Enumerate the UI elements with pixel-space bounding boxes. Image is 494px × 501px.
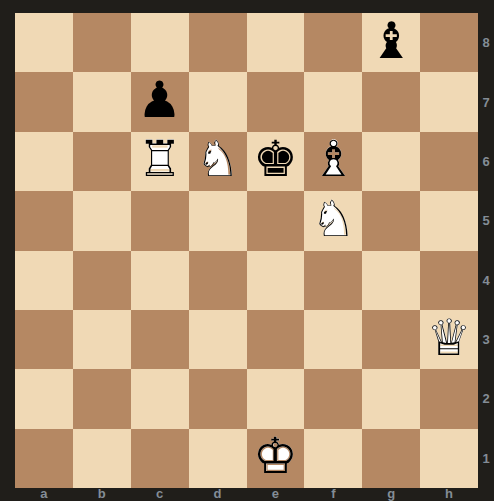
square-b4[interactable] [73, 251, 131, 310]
square-g1[interactable] [362, 429, 420, 488]
square-h4[interactable] [420, 251, 478, 310]
square-h1[interactable] [420, 429, 478, 488]
square-d5[interactable] [189, 191, 247, 250]
square-a7[interactable] [15, 72, 73, 131]
piece-outline: ♗ [311, 134, 356, 184]
file-labels: abcdefgh [15, 486, 478, 501]
square-c6[interactable]: ♜♖ [131, 132, 189, 191]
square-c5[interactable] [131, 191, 189, 250]
piece-glyph: ♝ [369, 16, 414, 66]
square-f5[interactable]: ♞♘ [304, 191, 362, 250]
square-d6[interactable]: ♞♘ [189, 132, 247, 191]
square-c2[interactable] [131, 369, 189, 428]
white-queen[interactable]: ♛♕ [420, 310, 478, 369]
square-h8[interactable] [420, 13, 478, 72]
square-d8[interactable] [189, 13, 247, 72]
rank-label-6: 6 [478, 132, 494, 191]
square-b6[interactable] [73, 132, 131, 191]
rank-labels: 87654321 [478, 13, 494, 488]
square-c1[interactable] [131, 429, 189, 488]
square-a4[interactable] [15, 251, 73, 310]
square-b7[interactable] [73, 72, 131, 131]
file-label-g: g [362, 486, 420, 501]
square-d7[interactable] [189, 72, 247, 131]
square-c7[interactable]: ♟ [131, 72, 189, 131]
square-h3[interactable]: ♛♕ [420, 310, 478, 369]
square-b8[interactable] [73, 13, 131, 72]
square-h5[interactable] [420, 191, 478, 250]
square-d1[interactable] [189, 429, 247, 488]
piece-outline: ♘ [195, 134, 240, 184]
piece-outline: ♔ [253, 431, 298, 481]
square-f7[interactable] [304, 72, 362, 131]
square-h6[interactable] [420, 132, 478, 191]
square-d4[interactable] [189, 251, 247, 310]
rank-label-5: 5 [478, 191, 494, 250]
square-g2[interactable] [362, 369, 420, 428]
square-f8[interactable] [304, 13, 362, 72]
square-a5[interactable] [15, 191, 73, 250]
square-h7[interactable] [420, 72, 478, 131]
square-g7[interactable] [362, 72, 420, 131]
piece-glyph: ♟ [137, 75, 182, 125]
square-a2[interactable] [15, 369, 73, 428]
square-g4[interactable] [362, 251, 420, 310]
square-e7[interactable] [247, 72, 305, 131]
white-king[interactable]: ♚♔ [247, 429, 305, 488]
file-label-c: c [131, 486, 189, 501]
square-f2[interactable] [304, 369, 362, 428]
square-g3[interactable] [362, 310, 420, 369]
square-g6[interactable] [362, 132, 420, 191]
square-b1[interactable] [73, 429, 131, 488]
rank-label-1: 1 [478, 429, 494, 488]
square-b5[interactable] [73, 191, 131, 250]
white-knight[interactable]: ♞♘ [189, 132, 247, 191]
file-label-d: d [189, 486, 247, 501]
piece-glyph: ♚ [253, 134, 298, 184]
piece-outline: ♖ [137, 134, 182, 184]
rank-label-3: 3 [478, 310, 494, 369]
square-e2[interactable] [247, 369, 305, 428]
file-label-a: a [15, 486, 73, 501]
square-c8[interactable] [131, 13, 189, 72]
white-knight[interactable]: ♞♘ [304, 191, 362, 250]
square-f6[interactable]: ♝♗ [304, 132, 362, 191]
square-c3[interactable] [131, 310, 189, 369]
file-label-e: e [247, 486, 305, 501]
square-c4[interactable] [131, 251, 189, 310]
chess-board[interactable]: ♝♟♜♖♞♘♚♝♗♞♘♛♕♚♔ [15, 13, 478, 488]
square-e3[interactable] [247, 310, 305, 369]
chess-app: ♝♟♜♖♞♘♚♝♗♞♘♛♕♚♔ 87654321 abcdefgh [0, 0, 494, 501]
file-label-b: b [73, 486, 131, 501]
square-h2[interactable] [420, 369, 478, 428]
square-f4[interactable] [304, 251, 362, 310]
square-e1[interactable]: ♚♔ [247, 429, 305, 488]
square-e8[interactable] [247, 13, 305, 72]
file-label-f: f [304, 486, 362, 501]
white-rook[interactable]: ♜♖ [131, 132, 189, 191]
square-e4[interactable] [247, 251, 305, 310]
rank-label-7: 7 [478, 72, 494, 131]
rank-label-2: 2 [478, 369, 494, 428]
black-bishop[interactable]: ♝ [362, 13, 420, 72]
square-e6[interactable]: ♚ [247, 132, 305, 191]
square-a3[interactable] [15, 310, 73, 369]
black-king[interactable]: ♚ [247, 132, 305, 191]
square-b2[interactable] [73, 369, 131, 428]
square-a8[interactable] [15, 13, 73, 72]
square-g5[interactable] [362, 191, 420, 250]
square-f1[interactable] [304, 429, 362, 488]
black-pawn[interactable]: ♟ [131, 72, 189, 131]
piece-outline: ♕ [427, 313, 472, 363]
square-a1[interactable] [15, 429, 73, 488]
file-label-h: h [420, 486, 478, 501]
square-d2[interactable] [189, 369, 247, 428]
white-bishop[interactable]: ♝♗ [304, 132, 362, 191]
square-d3[interactable] [189, 310, 247, 369]
square-f3[interactable] [304, 310, 362, 369]
square-g8[interactable]: ♝ [362, 13, 420, 72]
rank-label-4: 4 [478, 251, 494, 310]
piece-outline: ♘ [311, 194, 356, 244]
square-e5[interactable] [247, 191, 305, 250]
square-a6[interactable] [15, 132, 73, 191]
rank-label-8: 8 [478, 13, 494, 72]
square-b3[interactable] [73, 310, 131, 369]
